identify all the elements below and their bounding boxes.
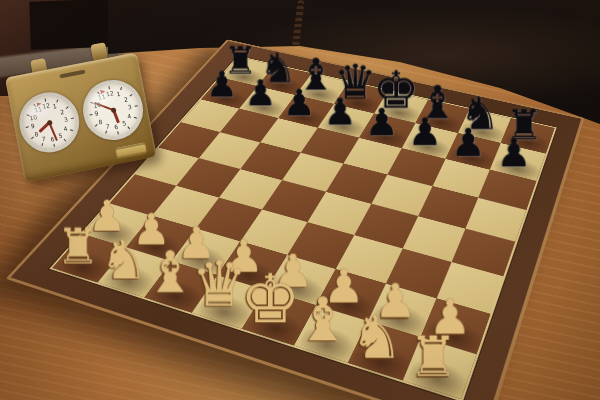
dial-tick — [108, 86, 110, 89]
white-king-e1[interactable]: ♚ — [240, 265, 301, 333]
black-pawn-b7[interactable]: ♟ — [244, 75, 276, 111]
dial-tick — [120, 87, 122, 90]
dial-numeral-6: 6 — [114, 123, 119, 131]
black-pawn-d7[interactable]: ♟ — [324, 93, 357, 130]
dial-numeral-5: 5 — [58, 131, 63, 139]
dial-tick — [26, 114, 29, 116]
dial-numeral-5: 5 — [122, 119, 127, 127]
dial-center-cap — [46, 119, 52, 125]
dial-tick — [94, 124, 97, 127]
white-rook-h1[interactable]: ♜ — [409, 330, 458, 385]
dial-tick — [30, 136, 33, 139]
clock-right-dial: 121234567891011 — [78, 75, 148, 145]
dial-numeral-10: 10 — [29, 113, 38, 121]
dial-numeral-10: 10 — [93, 100, 102, 108]
dial-tick — [65, 106, 68, 109]
dial-numeral-2: 2 — [123, 95, 128, 103]
white-bishop-f1[interactable]: ♝ — [296, 289, 350, 349]
dial-numeral-8: 8 — [98, 117, 103, 125]
dial-tick — [97, 91, 100, 94]
black-pawn-e7[interactable]: ♟ — [365, 103, 399, 140]
dial-tick — [70, 117, 73, 119]
dial-numeral-12: 12 — [42, 101, 51, 109]
black-pawn-c7[interactable]: ♟ — [283, 84, 316, 120]
dial-numeral-9: 9 — [94, 109, 99, 117]
dial-tick — [41, 142, 43, 145]
dial-tick — [117, 131, 119, 134]
dial-tick — [129, 93, 132, 96]
dial-numeral-7: 7 — [41, 135, 46, 143]
minute-hand — [48, 122, 58, 141]
dial-numeral-7: 7 — [105, 122, 110, 130]
dial-tick — [105, 130, 107, 133]
white-rook-a1[interactable]: ♜ — [56, 223, 100, 272]
dial-numeral-1: 1 — [116, 90, 121, 98]
clock-left-dial: 121234567891011 — [14, 87, 84, 157]
clock-name-plate — [115, 142, 147, 159]
clock-flag — [100, 89, 106, 96]
black-pawn-h7[interactable]: ♟ — [497, 133, 532, 172]
dial-numeral-9: 9 — [30, 122, 35, 130]
minute-hand — [94, 102, 113, 111]
hour-hand — [38, 121, 50, 133]
dial-tick — [133, 116, 136, 118]
black-pawn-g7[interactable]: ♟ — [452, 123, 487, 161]
dial-numeral-8: 8 — [34, 130, 39, 138]
chess-clock: 121234567891011 121234567891011 — [0, 32, 165, 204]
dial-tick — [25, 126, 28, 128]
dial-tick — [127, 126, 130, 129]
dial-center-cap — [110, 107, 116, 113]
dial-tick — [44, 98, 46, 101]
dial-numeral-3: 3 — [127, 103, 132, 111]
dial-numeral-11: 11 — [34, 105, 43, 113]
dial-tick — [33, 104, 36, 107]
dial-tick — [53, 143, 55, 146]
hour-hand — [112, 109, 120, 123]
dial-numeral-1: 1 — [52, 102, 57, 110]
black-pawn-f7[interactable]: ♟ — [408, 113, 442, 151]
dial-numeral-2: 2 — [59, 107, 64, 115]
dial-numeral-4: 4 — [127, 112, 132, 120]
dial-numeral-4: 4 — [63, 124, 68, 132]
dial-numeral-3: 3 — [63, 115, 68, 123]
white-knight-b1[interactable]: ♞ — [99, 232, 147, 286]
dial-tick — [69, 129, 72, 131]
dial-tick — [89, 114, 92, 116]
clock-flag — [36, 102, 42, 109]
dial-numeral-11: 11 — [97, 93, 106, 101]
white-knight-g1[interactable]: ♞ — [351, 308, 404, 367]
clock-case: 121234567891011 121234567891011 — [5, 52, 157, 182]
clock-brand-mark — [59, 70, 85, 79]
dial-numeral-6: 6 — [50, 135, 55, 143]
dial-tick — [56, 99, 58, 102]
white-bishop-c1[interactable]: ♝ — [145, 244, 196, 301]
dial-tick — [90, 101, 93, 103]
black-pawn-a7[interactable]: ♟ — [206, 66, 238, 101]
dial-tick — [134, 105, 137, 107]
dial-tick — [63, 138, 66, 141]
dial-numeral-12: 12 — [105, 89, 114, 97]
